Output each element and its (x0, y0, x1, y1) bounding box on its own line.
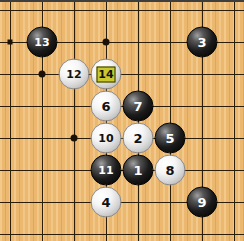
point-marker-dot (71, 135, 78, 142)
stone-white-12[interactable]: 12 (59, 59, 90, 90)
stone-white-6[interactable]: 6 (91, 91, 122, 122)
stone-number: 4 (101, 196, 110, 209)
top-edge-rule (0, 0, 244, 2)
stone-number: 13 (34, 37, 49, 48)
stone-black-5[interactable]: 5 (155, 123, 186, 154)
stone-number: 12 (66, 69, 81, 80)
stone-number: 7 (133, 100, 142, 113)
grid-line-horizontal (0, 234, 244, 235)
stone-number: 10 (98, 133, 113, 144)
stone-white-10[interactable]: 10 (91, 123, 122, 154)
go-board[interactable]: 1234567891011121314 (0, 0, 244, 241)
stone-white-2[interactable]: 2 (123, 123, 154, 154)
stone-number: 6 (101, 100, 110, 113)
stone-black-9[interactable]: 9 (187, 187, 218, 218)
point-marker-dot (8, 40, 13, 45)
point-marker-dot (39, 71, 46, 78)
stone-black-11[interactable]: 11 (91, 155, 122, 186)
stone-number: 14 (98, 69, 113, 80)
grid-line-horizontal (0, 74, 244, 75)
stone-number: 1 (133, 164, 142, 177)
last-move-highlight: 14 (97, 66, 116, 82)
stone-black-7[interactable]: 7 (123, 91, 154, 122)
stone-white-4[interactable]: 4 (91, 187, 122, 218)
grid-line-vertical (74, 0, 75, 241)
stone-number: 3 (197, 36, 206, 49)
point-marker-dot (103, 39, 110, 46)
grid-line-vertical (170, 0, 171, 241)
stone-number: 9 (197, 196, 206, 209)
stone-number: 2 (133, 132, 142, 145)
stone-black-1[interactable]: 1 (123, 155, 154, 186)
stone-black-13[interactable]: 13 (27, 27, 58, 58)
stone-number: 11 (98, 165, 113, 176)
grid-line-horizontal (0, 10, 244, 11)
stone-number: 8 (165, 164, 174, 177)
stone-black-3[interactable]: 3 (187, 27, 218, 58)
grid-line-vertical (234, 0, 235, 241)
stone-number: 5 (165, 132, 174, 145)
grid-line-vertical (10, 0, 11, 241)
stone-white-14[interactable]: 14 (91, 59, 122, 90)
stone-white-8[interactable]: 8 (155, 155, 186, 186)
